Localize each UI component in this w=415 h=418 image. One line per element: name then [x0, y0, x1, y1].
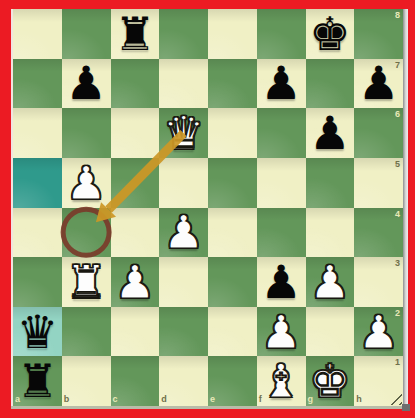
square-g2[interactable]: [306, 307, 355, 357]
black-pawn-f3[interactable]: ♟: [257, 257, 306, 307]
square-h8[interactable]: 8: [354, 9, 403, 59]
square-g4[interactable]: [306, 208, 355, 258]
square-e8[interactable]: [208, 9, 257, 59]
square-c8[interactable]: ♜: [111, 9, 160, 59]
square-g5[interactable]: [306, 158, 355, 208]
square-c3[interactable]: ♟: [111, 257, 160, 307]
square-d4[interactable]: ♟: [159, 208, 208, 258]
square-e5[interactable]: [208, 158, 257, 208]
square-h3[interactable]: 3: [354, 257, 403, 307]
square-f4[interactable]: [257, 208, 306, 258]
square-b7[interactable]: ♟: [62, 59, 111, 109]
window-bottom-edge: [11, 406, 403, 409]
file-label-h: h: [356, 395, 362, 404]
white-queen-d6[interactable]: ♛: [159, 108, 208, 158]
square-g6[interactable]: ♟: [306, 108, 355, 158]
square-f2[interactable]: ♟: [257, 307, 306, 357]
square-e2[interactable]: [208, 307, 257, 357]
rank-label-4: 4: [395, 210, 400, 219]
square-h7[interactable]: ♟7: [354, 59, 403, 109]
square-h4[interactable]: 4: [354, 208, 403, 258]
black-queen-a2[interactable]: ♛: [13, 307, 62, 357]
black-pawn-b7[interactable]: ♟: [62, 59, 111, 109]
square-d6[interactable]: ♛: [159, 108, 208, 158]
square-e4[interactable]: [208, 208, 257, 258]
black-rook-c8[interactable]: ♜: [111, 9, 160, 59]
rank-label-1: 1: [395, 358, 400, 367]
square-a4[interactable]: [13, 208, 62, 258]
black-rook-a1[interactable]: ♜: [13, 356, 62, 406]
file-label-c: c: [113, 395, 118, 404]
white-pawn-d4[interactable]: ♟: [159, 208, 208, 258]
square-b2[interactable]: [62, 307, 111, 357]
square-h5[interactable]: 5: [354, 158, 403, 208]
file-label-b: b: [64, 395, 70, 404]
square-a2[interactable]: ♛: [13, 307, 62, 357]
square-g8[interactable]: ♚: [306, 9, 355, 59]
black-king-g8[interactable]: ♚: [306, 9, 355, 59]
square-h1[interactable]: 1h: [354, 356, 403, 406]
rank-label-5: 5: [395, 160, 400, 169]
rank-label-8: 8: [395, 11, 400, 20]
rank-label-3: 3: [395, 259, 400, 268]
black-pawn-f7[interactable]: ♟: [257, 59, 306, 109]
file-label-d: d: [161, 395, 167, 404]
screen: ♜♚8♟♟♟7♛♟6♟5♟4♜♟♟♟3♛♟♟2♜abcde♝f♚g1h: [0, 0, 415, 418]
square-h2[interactable]: ♟2: [354, 307, 403, 357]
square-e3[interactable]: [208, 257, 257, 307]
square-e1[interactable]: e: [208, 356, 257, 406]
square-a3[interactable]: [13, 257, 62, 307]
white-pawn-c3[interactable]: ♟: [111, 257, 160, 307]
square-d8[interactable]: [159, 9, 208, 59]
square-c1[interactable]: c: [111, 356, 160, 406]
square-d1[interactable]: d: [159, 356, 208, 406]
square-g3[interactable]: ♟: [306, 257, 355, 307]
white-pawn-h2[interactable]: ♟: [354, 307, 403, 357]
chess-board: ♜♚8♟♟♟7♛♟6♟5♟4♜♟♟♟3♛♟♟2♜abcde♝f♚g1h: [13, 9, 403, 406]
window-resize-corner[interactable]: [402, 404, 410, 411]
square-h6[interactable]: 6: [354, 108, 403, 158]
square-f1[interactable]: ♝f: [257, 356, 306, 406]
white-pawn-b5[interactable]: ♟: [62, 158, 111, 208]
white-king-g1[interactable]: ♚: [306, 356, 355, 406]
square-b5[interactable]: ♟: [62, 158, 111, 208]
square-a5[interactable]: [13, 158, 62, 208]
square-g1[interactable]: ♚g: [306, 356, 355, 406]
square-f7[interactable]: ♟: [257, 59, 306, 109]
square-b4[interactable]: [62, 208, 111, 258]
square-c4[interactable]: [111, 208, 160, 258]
square-a1[interactable]: ♜a: [13, 356, 62, 406]
square-c7[interactable]: [111, 59, 160, 109]
white-pawn-g3[interactable]: ♟: [306, 257, 355, 307]
square-d3[interactable]: [159, 257, 208, 307]
square-a8[interactable]: [13, 9, 62, 59]
square-f6[interactable]: [257, 108, 306, 158]
white-bishop-f1[interactable]: ♝: [257, 356, 306, 406]
square-d5[interactable]: [159, 158, 208, 208]
window-edge-strip: [403, 9, 408, 405]
square-d2[interactable]: [159, 307, 208, 357]
square-b6[interactable]: [62, 108, 111, 158]
square-f5[interactable]: [257, 158, 306, 208]
black-pawn-g6[interactable]: ♟: [306, 108, 355, 158]
rank-label-6: 6: [395, 110, 400, 119]
square-c5[interactable]: [111, 158, 160, 208]
square-g7[interactable]: [306, 59, 355, 109]
black-pawn-h7[interactable]: ♟: [354, 59, 403, 109]
file-label-e: e: [210, 395, 215, 404]
square-a6[interactable]: [13, 108, 62, 158]
square-f8[interactable]: [257, 9, 306, 59]
square-c6[interactable]: [111, 108, 160, 158]
square-f3[interactable]: ♟: [257, 257, 306, 307]
white-pawn-f2[interactable]: ♟: [257, 307, 306, 357]
square-e7[interactable]: [208, 59, 257, 109]
square-c2[interactable]: [111, 307, 160, 357]
chess-board-container: ♜♚8♟♟♟7♛♟6♟5♟4♜♟♟♟3♛♟♟2♜abcde♝f♚g1h: [13, 9, 403, 406]
square-b1[interactable]: b: [62, 356, 111, 406]
square-a7[interactable]: [13, 59, 62, 109]
square-b3[interactable]: ♜: [62, 257, 111, 307]
square-d7[interactable]: [159, 59, 208, 109]
white-rook-b3[interactable]: ♜: [62, 257, 111, 307]
square-b8[interactable]: [62, 9, 111, 59]
square-e6[interactable]: [208, 108, 257, 158]
